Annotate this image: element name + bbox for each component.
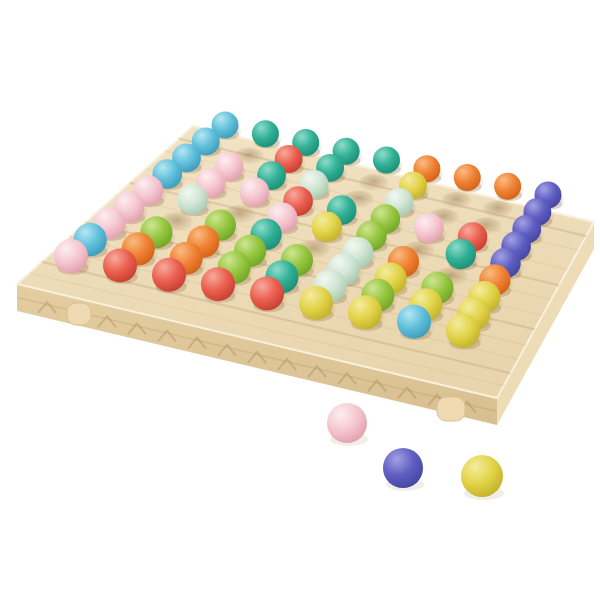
loose-bead-pink[interactable] <box>327 403 367 443</box>
bead-orange-r0c6[interactable] <box>454 164 481 191</box>
bead-coral-red-r8c2[interactable] <box>152 258 186 292</box>
bead-board-scene <box>0 0 600 600</box>
product-photo-canvas <box>0 0 600 600</box>
board-foot-2 <box>437 397 465 421</box>
bead-yellow-r8c8[interactable] <box>446 314 480 348</box>
board-foot-1 <box>67 303 91 325</box>
bead-coral-red-r8c4[interactable] <box>250 277 284 311</box>
bead-coral-red-r8c3[interactable] <box>201 267 235 301</box>
bead-pink-r3c2[interactable] <box>240 177 270 207</box>
divot-r1c7 <box>483 201 513 218</box>
bead-mint-r4c1[interactable] <box>177 184 208 215</box>
divot-r1c4 <box>359 174 389 191</box>
bead-coral-red-r8c1[interactable] <box>103 248 137 282</box>
bead-teal-r4c7[interactable] <box>446 239 477 270</box>
bead-yellow-r8c5[interactable] <box>299 286 333 320</box>
bead-yellow-r8c6[interactable] <box>348 295 382 329</box>
bead-pink-r3c6[interactable] <box>414 213 444 243</box>
bead-yellow-r4c4[interactable] <box>312 212 343 243</box>
bead-teal-r0c4[interactable] <box>373 147 400 174</box>
bead-teal-r0c1[interactable] <box>252 120 279 147</box>
bead-orange-r0c7[interactable] <box>494 173 521 200</box>
loose-bead-yellow[interactable] <box>461 455 503 497</box>
bead-light-blue-r8c7[interactable] <box>397 305 431 339</box>
divot-r1c6 <box>442 192 472 209</box>
bead-pink-r8c0[interactable] <box>54 239 88 273</box>
loose-bead-purple[interactable] <box>383 448 423 488</box>
